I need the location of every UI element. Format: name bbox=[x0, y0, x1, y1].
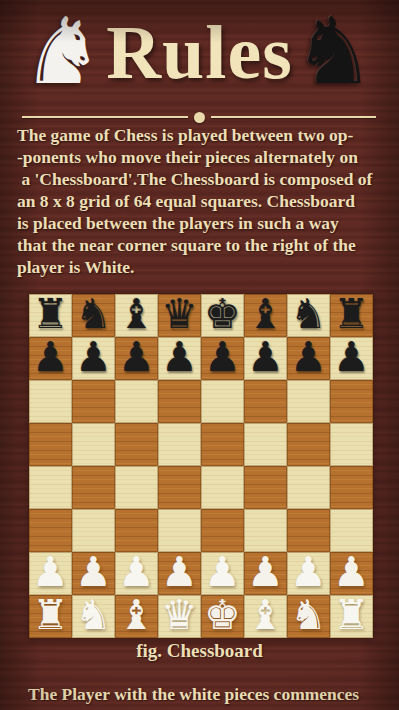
square-f2: ♟ bbox=[244, 552, 287, 595]
square-g1: ♞ bbox=[287, 595, 330, 638]
square-e2: ♟ bbox=[201, 552, 244, 595]
square-a7: ♟ bbox=[29, 337, 72, 380]
square-a6 bbox=[29, 380, 72, 423]
square-b8: ♞ bbox=[72, 294, 115, 337]
square-c6 bbox=[115, 380, 158, 423]
square-b4 bbox=[72, 466, 115, 509]
white-knight: ♞ bbox=[290, 595, 327, 636]
square-a5 bbox=[29, 423, 72, 466]
black-pawn: ♟ bbox=[75, 337, 112, 378]
divider-line-left bbox=[22, 116, 188, 118]
square-h2: ♟ bbox=[330, 552, 373, 595]
square-c7: ♟ bbox=[115, 337, 158, 380]
white-pawn: ♟ bbox=[32, 552, 69, 593]
square-a4 bbox=[29, 466, 72, 509]
black-pawn: ♟ bbox=[204, 337, 241, 378]
black-rook: ♜ bbox=[333, 294, 370, 335]
white-pawn: ♟ bbox=[118, 552, 155, 593]
square-e8: ♚ bbox=[201, 294, 244, 337]
square-b5 bbox=[72, 423, 115, 466]
divider-dot-icon bbox=[194, 112, 205, 123]
square-a2: ♟ bbox=[29, 552, 72, 595]
white-bishop: ♝ bbox=[118, 595, 155, 636]
square-f6 bbox=[244, 380, 287, 423]
square-c8: ♝ bbox=[115, 294, 158, 337]
white-king: ♚ bbox=[204, 595, 241, 636]
white-pawn: ♟ bbox=[333, 552, 370, 593]
intro-paragraph: The game of Chess is played between two … bbox=[17, 124, 389, 278]
white-knight: ♞ bbox=[75, 595, 112, 636]
square-f5 bbox=[244, 423, 287, 466]
black-king: ♚ bbox=[204, 294, 241, 335]
square-g8: ♞ bbox=[287, 294, 330, 337]
square-f8: ♝ bbox=[244, 294, 287, 337]
white-queen: ♛ bbox=[161, 595, 198, 636]
black-knight: ♞ bbox=[290, 294, 327, 335]
square-b2: ♟ bbox=[72, 552, 115, 595]
square-g2: ♟ bbox=[287, 552, 330, 595]
black-pawn: ♟ bbox=[333, 337, 370, 378]
black-bishop: ♝ bbox=[118, 294, 155, 335]
square-g4 bbox=[287, 466, 330, 509]
square-f3 bbox=[244, 509, 287, 552]
footer-line-2: the game. A player is said to 'have the … bbox=[20, 706, 381, 710]
square-b7: ♟ bbox=[72, 337, 115, 380]
square-h7: ♟ bbox=[330, 337, 373, 380]
white-rook: ♜ bbox=[32, 595, 69, 636]
chessboard-figure: ♜♞♝♛♚♝♞♜♟♟♟♟♟♟♟♟♟♟♟♟♟♟♟♟♜♞♝♛♚♝♞♜ bbox=[28, 293, 374, 639]
square-h5 bbox=[330, 423, 373, 466]
square-g7: ♟ bbox=[287, 337, 330, 380]
white-pawn: ♟ bbox=[247, 552, 284, 593]
square-c1: ♝ bbox=[115, 595, 158, 638]
square-d5 bbox=[158, 423, 201, 466]
square-h4 bbox=[330, 466, 373, 509]
square-c3 bbox=[115, 509, 158, 552]
square-h3 bbox=[330, 509, 373, 552]
black-pawn: ♟ bbox=[247, 337, 284, 378]
square-a8: ♜ bbox=[29, 294, 72, 337]
square-h6 bbox=[330, 380, 373, 423]
square-h8: ♜ bbox=[330, 294, 373, 337]
square-f7: ♟ bbox=[244, 337, 287, 380]
white-bishop: ♝ bbox=[247, 595, 284, 636]
figure-caption: fig. Chessboard bbox=[0, 640, 399, 662]
footer-line-1: The Player with the white pieces commenc… bbox=[20, 683, 381, 706]
square-h1: ♜ bbox=[330, 595, 373, 638]
square-f1: ♝ bbox=[244, 595, 287, 638]
white-pawn: ♟ bbox=[204, 552, 241, 593]
square-d4 bbox=[158, 466, 201, 509]
square-a1: ♜ bbox=[29, 595, 72, 638]
square-d3 bbox=[158, 509, 201, 552]
square-d6 bbox=[158, 380, 201, 423]
square-g5 bbox=[287, 423, 330, 466]
square-e1: ♚ bbox=[201, 595, 244, 638]
white-rook: ♜ bbox=[333, 595, 370, 636]
footer-paragraph: The Player with the white pieces commenc… bbox=[20, 683, 381, 710]
square-d2: ♟ bbox=[158, 552, 201, 595]
black-pawn: ♟ bbox=[118, 337, 155, 378]
square-c5 bbox=[115, 423, 158, 466]
black-knight: ♞ bbox=[75, 294, 112, 335]
divider-line-right bbox=[211, 116, 377, 118]
black-pawn: ♟ bbox=[32, 337, 69, 378]
square-d8: ♛ bbox=[158, 294, 201, 337]
black-pawn: ♟ bbox=[161, 337, 198, 378]
square-f4 bbox=[244, 466, 287, 509]
header-divider bbox=[22, 110, 376, 124]
white-pawn: ♟ bbox=[290, 552, 327, 593]
square-e5 bbox=[201, 423, 244, 466]
black-rook: ♜ bbox=[32, 294, 69, 335]
square-c4 bbox=[115, 466, 158, 509]
square-e4 bbox=[201, 466, 244, 509]
square-d7: ♟ bbox=[158, 337, 201, 380]
black-queen: ♛ bbox=[161, 294, 198, 335]
square-g3 bbox=[287, 509, 330, 552]
white-pawn: ♟ bbox=[75, 552, 112, 593]
square-e7: ♟ bbox=[201, 337, 244, 380]
black-bishop: ♝ bbox=[247, 294, 284, 335]
white-pawn: ♟ bbox=[161, 552, 198, 593]
header: ♞ Rules ♞ bbox=[0, 0, 399, 102]
square-g6 bbox=[287, 380, 330, 423]
square-d1: ♛ bbox=[158, 595, 201, 638]
black-pawn: ♟ bbox=[290, 337, 327, 378]
black-knight-icon: ♞ bbox=[293, 2, 363, 102]
square-b1: ♞ bbox=[72, 595, 115, 638]
square-b6 bbox=[72, 380, 115, 423]
square-b3 bbox=[72, 509, 115, 552]
square-e3 bbox=[201, 509, 244, 552]
square-e6 bbox=[201, 380, 244, 423]
square-a3 bbox=[29, 509, 72, 552]
square-c2: ♟ bbox=[115, 552, 158, 595]
